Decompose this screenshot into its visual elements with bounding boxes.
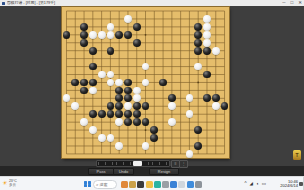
white-stone-17-4 [203,31,211,39]
window-title: 围棋打谱 - [对局] - [第179手] [7,0,55,5]
taskbar-clock[interactable]: 10:46 2024/6/14 [280,180,298,189]
black-stone-3-3 [80,23,88,31]
floating-widget[interactable]: T [293,150,301,160]
black-stone-9-14 [133,110,141,118]
black-stone-3-11 [80,87,88,95]
mail-app-icon[interactable] [178,181,185,188]
black-stone-9-3 [133,23,141,31]
weather-widget[interactable]: ☀ 23°C 多云 [2,179,17,187]
hoshi-point [145,129,147,131]
white-stone-9-11 [133,87,141,95]
white-stone-3-15 [80,118,88,126]
black-stone-1-4 [63,31,71,39]
battery-icon[interactable]: ▭ [262,181,266,187]
white-stone-7-18 [115,142,123,150]
white-stone-9-12 [133,94,141,102]
black-stone-16-3 [194,23,202,31]
black-stone-8-10 [124,79,132,87]
black-stone-3-4 [80,31,88,39]
white-stone-18-6 [212,47,220,55]
go-board[interactable] [62,7,229,158]
move-slider[interactable] [96,160,170,167]
white-stone-18-13 [212,102,220,110]
white-stone-5-17 [98,134,106,142]
black-stone-8-11 [124,87,132,95]
black-stone-4-6 [89,47,97,55]
white-stone-4-4 [89,31,97,39]
black-stone-4-14 [89,110,97,118]
black-stone-17-6 [203,47,211,55]
black-stone-16-4 [194,31,202,39]
black-stone-9-5 [133,39,141,47]
white-stone-4-11 [89,87,97,95]
black-stone-9-13 [133,102,141,110]
hoshi-point [145,34,147,36]
white-stone-17-2 [203,15,211,23]
store-app-icon[interactable] [154,181,161,188]
move-slider-thumb[interactable] [133,161,142,167]
volume-icon[interactable]: ◖ [256,181,259,187]
search-placeholder: 搜索 [100,182,108,187]
black-stone-5-14 [98,110,106,118]
search-icon: ⌕ [96,180,99,189]
black-stone-8-4 [124,31,132,39]
white-stone-13-15 [168,118,176,126]
clock-date: 2024/6/14 [280,184,298,189]
black-stone-4-10 [89,79,97,87]
black-stone-16-18 [194,142,202,150]
pinwheel-app-icon[interactable] [121,181,128,188]
resign-button[interactable]: Resign [149,168,179,176]
tray-caret-icon[interactable]: ^ [244,181,246,187]
black-stone-8-15 [124,118,132,126]
hoshi-point [197,82,199,84]
photos-app-icon[interactable] [137,181,144,188]
more-button[interactable]: ⋮ [179,160,188,168]
black-stone-8-14 [124,110,132,118]
black-stone-6-6 [107,47,115,55]
network-icon[interactable]: ◢ [250,181,253,187]
weather-desc: 多云 [9,183,17,187]
white-stone-6-3 [107,23,115,31]
black-stone-3-5 [80,39,88,47]
folder-icon[interactable] [146,181,153,188]
white-stone-15-19 [186,150,194,158]
generic-app-icon[interactable] [195,181,202,188]
settings-app-icon[interactable] [162,181,169,188]
sun-icon: ☀ [2,180,7,186]
show-desktop-button[interactable] [303,177,304,190]
white-stone-6-4 [107,31,115,39]
search-box[interactable]: ⌕ 搜索 [93,180,117,189]
black-stone-18-12 [212,94,220,102]
white-stone-5-4 [98,31,106,39]
notification-badge[interactable] [299,182,303,186]
white-stone-8-13 [124,102,132,110]
pass-button[interactable]: Pass [88,168,114,176]
files-app-icon[interactable] [129,181,136,188]
undo-button[interactable]: Undo [113,168,134,176]
black-stone-16-6 [194,47,202,55]
black-stone-7-4 [115,31,123,39]
black-stone-16-5 [194,39,202,47]
white-stone-17-5 [203,39,211,47]
white-stone-8-2 [124,15,132,23]
white-stone-6-17 [107,134,115,142]
taskbar: ☀ 23°C 多云 ⌕ 搜索 ^◢◖▭ 10:46 2024/6/14 [0,176,304,190]
black-stone-4-8 [89,63,97,71]
start-button[interactable] [84,181,91,188]
white-stone-13-13 [168,102,176,110]
white-stone-4-16 [89,126,97,134]
white-stone-5-9 [98,71,106,79]
white-stone-17-3 [203,23,211,31]
black-stone-13-12 [168,94,176,102]
app-icon [2,2,5,5]
chat-app-icon[interactable] [187,181,194,188]
browser-app-icon[interactable] [170,181,177,188]
black-stone-9-15 [133,118,141,126]
